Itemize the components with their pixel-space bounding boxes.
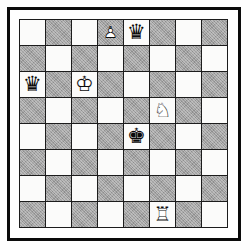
square-h7[interactable] — [202, 46, 227, 71]
square-g4[interactable] — [176, 124, 201, 149]
square-g2[interactable] — [176, 176, 201, 201]
square-d8[interactable]: ♟♙ — [98, 20, 123, 45]
square-h2[interactable] — [202, 176, 227, 201]
square-b2[interactable] — [46, 176, 71, 201]
square-f8[interactable] — [150, 20, 175, 45]
square-c8[interactable] — [72, 20, 97, 45]
square-h8[interactable] — [202, 20, 227, 45]
square-a3[interactable] — [20, 150, 45, 175]
square-e4[interactable]: ♚ — [124, 124, 149, 149]
square-b5[interactable] — [46, 98, 71, 123]
square-h6[interactable] — [202, 72, 227, 97]
white-king-c6: ♚♔ — [72, 72, 97, 97]
square-e1[interactable] — [124, 202, 149, 227]
square-e3[interactable] — [124, 150, 149, 175]
square-d5[interactable] — [98, 98, 123, 123]
chess-diagram: ♟♙♛♛♚♔♞♘♚♜♖ — [0, 0, 250, 250]
square-a2[interactable] — [20, 176, 45, 201]
square-c1[interactable] — [72, 202, 97, 227]
square-a7[interactable] — [20, 46, 45, 71]
square-a8[interactable] — [20, 20, 45, 45]
square-d1[interactable] — [98, 202, 123, 227]
square-c5[interactable] — [72, 98, 97, 123]
square-d6[interactable] — [98, 72, 123, 97]
square-c2[interactable] — [72, 176, 97, 201]
black-king-e4: ♚ — [124, 124, 149, 149]
square-b6[interactable] — [46, 72, 71, 97]
square-b1[interactable] — [46, 202, 71, 227]
square-b4[interactable] — [46, 124, 71, 149]
square-h4[interactable] — [202, 124, 227, 149]
square-c7[interactable] — [72, 46, 97, 71]
square-f4[interactable] — [150, 124, 175, 149]
square-a5[interactable] — [20, 98, 45, 123]
square-h3[interactable] — [202, 150, 227, 175]
white-knight-f5: ♞♘ — [150, 98, 175, 123]
square-c4[interactable] — [72, 124, 97, 149]
white-rook-f1: ♜♖ — [150, 202, 175, 227]
black-queen-a6: ♛ — [20, 72, 45, 97]
square-d3[interactable] — [98, 150, 123, 175]
square-e5[interactable] — [124, 98, 149, 123]
square-d7[interactable] — [98, 46, 123, 71]
square-a6[interactable]: ♛ — [20, 72, 45, 97]
square-e7[interactable] — [124, 46, 149, 71]
square-g5[interactable] — [176, 98, 201, 123]
square-b8[interactable] — [46, 20, 71, 45]
square-h1[interactable] — [202, 202, 227, 227]
square-g6[interactable] — [176, 72, 201, 97]
white-pawn-d8: ♟♙ — [98, 20, 123, 45]
square-g8[interactable] — [176, 20, 201, 45]
square-f2[interactable] — [150, 176, 175, 201]
square-g3[interactable] — [176, 150, 201, 175]
square-c3[interactable] — [72, 150, 97, 175]
square-c6[interactable]: ♚♔ — [72, 72, 97, 97]
square-g7[interactable] — [176, 46, 201, 71]
square-f7[interactable] — [150, 46, 175, 71]
square-e6[interactable] — [124, 72, 149, 97]
square-g1[interactable] — [176, 202, 201, 227]
square-b3[interactable] — [46, 150, 71, 175]
square-e8[interactable]: ♛ — [124, 20, 149, 45]
square-e2[interactable] — [124, 176, 149, 201]
black-queen-e8: ♛ — [124, 20, 149, 45]
square-d4[interactable] — [98, 124, 123, 149]
square-b7[interactable] — [46, 46, 71, 71]
chess-board: ♟♙♛♛♚♔♞♘♚♜♖ — [19, 19, 228, 228]
square-h5[interactable] — [202, 98, 227, 123]
square-a1[interactable] — [20, 202, 45, 227]
square-f3[interactable] — [150, 150, 175, 175]
square-a4[interactable] — [20, 124, 45, 149]
square-d2[interactable] — [98, 176, 123, 201]
square-f5[interactable]: ♞♘ — [150, 98, 175, 123]
square-f1[interactable]: ♜♖ — [150, 202, 175, 227]
square-f6[interactable] — [150, 72, 175, 97]
